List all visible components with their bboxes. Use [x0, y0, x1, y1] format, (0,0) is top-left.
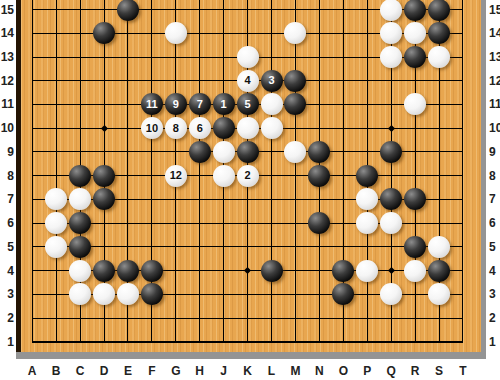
- stone-black-O4[interactable]: [332, 260, 354, 282]
- move-number-F11: 11: [141, 93, 163, 115]
- stone-white-J8[interactable]: [213, 165, 235, 187]
- row-label-right-6: 6: [489, 216, 500, 230]
- grid-line-row-2: [32, 318, 464, 319]
- stone-black-L12[interactable]: 3: [261, 70, 283, 92]
- col-label-R: R: [403, 364, 427, 378]
- stone-black-G11[interactable]: 9: [165, 93, 187, 115]
- stone-black-E4[interactable]: [117, 260, 139, 282]
- stone-black-F4[interactable]: [141, 260, 163, 282]
- move-number-G8: 12: [165, 165, 187, 187]
- move-number-H11: 7: [189, 93, 211, 115]
- stone-black-R15[interactable]: [404, 0, 426, 21]
- row-label-left-7: 7: [0, 192, 14, 206]
- stone-white-G8[interactable]: 12: [165, 165, 187, 187]
- stone-white-L10[interactable]: [261, 117, 283, 139]
- col-label-J: J: [212, 364, 236, 378]
- board-left-edge: [16, 0, 21, 359]
- col-label-Q: Q: [379, 364, 403, 378]
- col-label-T: T: [451, 364, 475, 378]
- grid-line-col-M: [295, 0, 296, 343]
- row-label-left-1: 1: [0, 335, 14, 349]
- col-label-K: K: [236, 364, 260, 378]
- stone-black-K9[interactable]: [237, 141, 259, 163]
- stone-black-E15[interactable]: [117, 0, 139, 21]
- stone-white-L11[interactable]: [261, 93, 283, 115]
- row-label-right-9: 9: [489, 145, 500, 159]
- move-number-K11: 5: [237, 93, 259, 115]
- stone-white-R4[interactable]: [404, 260, 426, 282]
- grid-line-row-1: [32, 341, 464, 343]
- row-label-left-8: 8: [0, 169, 14, 183]
- stone-black-Q9[interactable]: [380, 141, 402, 163]
- stone-white-P4[interactable]: [356, 260, 378, 282]
- row-label-left-12: 12: [0, 74, 14, 88]
- move-number-K12: 4: [237, 70, 259, 92]
- stone-black-R13[interactable]: [404, 46, 426, 68]
- go-board-app: ABCDEFGHJKLMNOPQRST151514141313121211111…: [0, 0, 500, 380]
- stone-black-S15[interactable]: [428, 0, 450, 21]
- row-label-right-1: 1: [489, 335, 500, 349]
- stone-white-S5[interactable]: [428, 236, 450, 258]
- row-label-right-8: 8: [489, 169, 500, 183]
- stone-white-C4[interactable]: [69, 260, 91, 282]
- move-number-F10: 10: [141, 117, 163, 139]
- col-label-O: O: [331, 364, 355, 378]
- col-label-H: H: [188, 364, 212, 378]
- col-label-C: C: [68, 364, 92, 378]
- row-label-left-11: 11: [0, 97, 14, 111]
- grid-line-col-A: [32, 0, 33, 343]
- row-label-left-2: 2: [0, 311, 14, 325]
- stone-black-C5[interactable]: [69, 236, 91, 258]
- move-number-L12: 3: [261, 70, 283, 92]
- stone-black-M12[interactable]: [284, 70, 306, 92]
- move-number-G10: 8: [165, 117, 187, 139]
- stone-white-K10[interactable]: [237, 117, 259, 139]
- stone-black-R5[interactable]: [404, 236, 426, 258]
- col-label-M: M: [283, 364, 307, 378]
- row-label-left-15: 15: [0, 3, 14, 17]
- grid-line-row-5: [32, 246, 464, 247]
- stone-white-K12[interactable]: 4: [237, 70, 259, 92]
- col-label-E: E: [116, 364, 140, 378]
- col-label-S: S: [427, 364, 451, 378]
- stone-black-C8[interactable]: [69, 165, 91, 187]
- row-label-right-3: 3: [489, 287, 500, 301]
- stone-black-P8[interactable]: [356, 165, 378, 187]
- row-label-right-10: 10: [489, 121, 500, 135]
- stone-black-J11[interactable]: 1: [213, 93, 235, 115]
- stone-white-S13[interactable]: [428, 46, 450, 68]
- col-label-A: A: [20, 364, 44, 378]
- stone-white-Q15[interactable]: [380, 0, 402, 21]
- stone-white-F10[interactable]: 10: [141, 117, 163, 139]
- stone-white-K8[interactable]: 2: [237, 165, 259, 187]
- move-number-G11: 9: [165, 93, 187, 115]
- stone-black-N8[interactable]: [308, 165, 330, 187]
- row-label-left-10: 10: [0, 121, 14, 135]
- col-label-G: G: [164, 364, 188, 378]
- stone-black-K11[interactable]: 5: [237, 93, 259, 115]
- row-label-left-14: 14: [0, 26, 14, 40]
- board-bottom-shadow: [16, 352, 486, 359]
- row-label-right-4: 4: [489, 264, 500, 278]
- row-label-left-5: 5: [0, 240, 14, 254]
- stone-black-D4[interactable]: [93, 260, 115, 282]
- stone-black-J10[interactable]: [213, 117, 235, 139]
- stone-white-J9[interactable]: [213, 141, 235, 163]
- stone-black-H11[interactable]: 7: [189, 93, 211, 115]
- stone-black-L4[interactable]: [261, 260, 283, 282]
- row-label-right-15: 15: [489, 3, 500, 17]
- stone-black-H9[interactable]: [189, 141, 211, 163]
- row-label-right-5: 5: [489, 240, 500, 254]
- grid-line-col-T: [462, 0, 463, 343]
- board-right-shadow: [481, 0, 486, 359]
- stone-white-G10[interactable]: 8: [165, 117, 187, 139]
- row-label-left-13: 13: [0, 50, 14, 64]
- col-label-L: L: [260, 364, 284, 378]
- col-label-D: D: [92, 364, 116, 378]
- col-label-F: F: [140, 364, 164, 378]
- move-number-K8: 2: [237, 165, 259, 187]
- col-label-P: P: [355, 364, 379, 378]
- stone-white-G14[interactable]: [165, 22, 187, 44]
- row-label-right-7: 7: [489, 192, 500, 206]
- row-label-left-6: 6: [0, 216, 14, 230]
- stone-black-D8[interactable]: [93, 165, 115, 187]
- row-label-right-13: 13: [489, 50, 500, 64]
- row-label-left-9: 9: [0, 145, 14, 159]
- row-label-right-11: 11: [489, 97, 500, 111]
- row-label-right-2: 2: [489, 311, 500, 325]
- move-number-H10: 6: [189, 117, 211, 139]
- row-label-right-14: 14: [489, 26, 500, 40]
- stone-black-F11[interactable]: 11: [141, 93, 163, 115]
- stone-black-S4[interactable]: [428, 260, 450, 282]
- stone-white-B5[interactable]: [45, 236, 67, 258]
- stone-white-Q13[interactable]: [380, 46, 402, 68]
- stone-white-H10[interactable]: 6: [189, 117, 211, 139]
- col-label-N: N: [307, 364, 331, 378]
- row-label-left-3: 3: [0, 287, 14, 301]
- row-label-right-12: 12: [489, 74, 500, 88]
- grid-line-col-H: [199, 0, 200, 343]
- grid-line-col-L: [271, 0, 272, 343]
- stone-white-K13[interactable]: [237, 46, 259, 68]
- col-label-B: B: [44, 364, 68, 378]
- grid-line-col-B: [56, 0, 57, 343]
- row-label-left-4: 4: [0, 264, 14, 278]
- move-number-J11: 1: [213, 93, 235, 115]
